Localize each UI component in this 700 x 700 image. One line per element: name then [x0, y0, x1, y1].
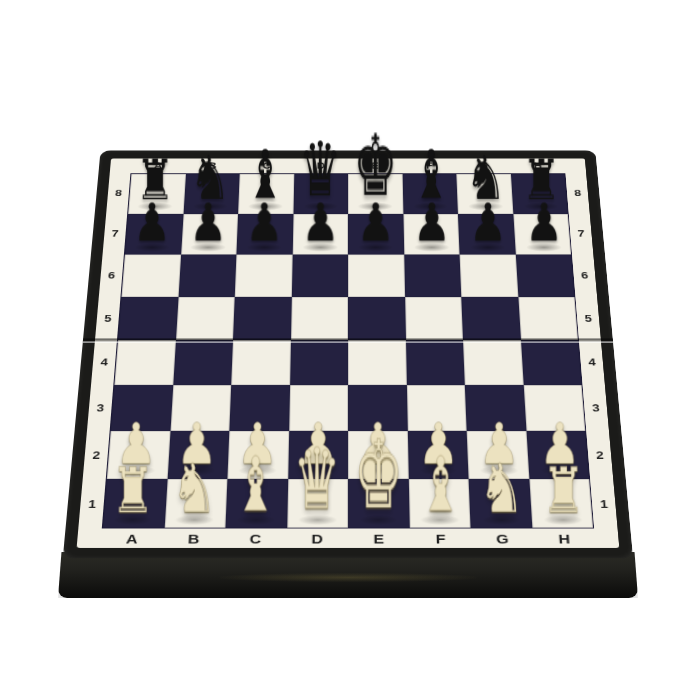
piece-glyph: ♟: [133, 196, 171, 249]
chess-board: 87654321 87654321 ABCDEFGH ABCDEFGH ♜♞♝♛…: [63, 150, 633, 558]
black-pawn-a7: ♟: [124, 213, 183, 254]
piece-glyph: ♝: [235, 447, 278, 522]
black-pawn-e7: ♟: [348, 213, 404, 254]
piece-glyph: ♟: [525, 196, 563, 249]
white-bishop-c1: ♝: [225, 479, 288, 528]
piece-glyph: ♜: [541, 459, 584, 522]
black-pawn-d7: ♟: [292, 213, 348, 254]
rank-label-2: 2: [586, 431, 613, 479]
piece-glyph: ♜: [112, 459, 155, 522]
rank-label-8: 8: [566, 173, 590, 213]
white-bishop-f1: ♝: [409, 479, 472, 528]
board-perspective-wrap: 87654321 87654321 ABCDEFGH ABCDEFGH ♜♞♝♛…: [83, 75, 613, 605]
rank-label-1: 1: [590, 479, 617, 528]
piece-glyph: ♟: [357, 196, 395, 249]
piece-glyph: ♝: [419, 447, 462, 522]
rank-label-4: 4: [579, 340, 605, 385]
piece-glyph: ♟: [301, 196, 339, 249]
piece-glyph: ♞: [479, 454, 525, 521]
black-pawn-b7: ♟: [180, 213, 238, 254]
chess-set-photo: 87654321 87654321 ABCDEFGH ABCDEFGH ♜♞♝♛…: [0, 0, 700, 700]
white-queen-d1: ♛: [286, 479, 348, 528]
white-rook-a1: ♜: [102, 479, 167, 528]
piece-glyph: ♚: [354, 427, 404, 522]
piece-glyph: ♟: [189, 196, 227, 249]
white-knight-g1: ♞: [469, 479, 533, 528]
white-king-e1: ♚: [348, 479, 410, 528]
rank-label-7: 7: [569, 213, 594, 254]
rank-label-6: 6: [572, 254, 597, 296]
white-knight-b1: ♞: [163, 479, 227, 528]
piece-glyph: ♞: [172, 454, 218, 521]
pieces-layer: ♜♞♝♛♚♝♞♜♟♟♟♟♟♟♟♟♟♟♟♟♟♟♟♟♜♞♝♛♚♝♞♜: [102, 173, 594, 528]
piece-glyph: ♟: [245, 196, 283, 249]
black-pawn-f7: ♟: [403, 213, 460, 254]
piece-glyph: ♟: [413, 196, 451, 249]
piece-glyph: ♟: [469, 196, 507, 249]
rank-label-5: 5: [575, 296, 601, 340]
black-pawn-c7: ♟: [236, 213, 293, 254]
black-pawn-h7: ♟: [514, 213, 573, 254]
white-rook-h1: ♜: [530, 479, 595, 528]
piece-glyph: ♛: [293, 438, 341, 522]
black-pawn-g7: ♟: [458, 213, 516, 254]
rank-label-3: 3: [583, 385, 609, 431]
